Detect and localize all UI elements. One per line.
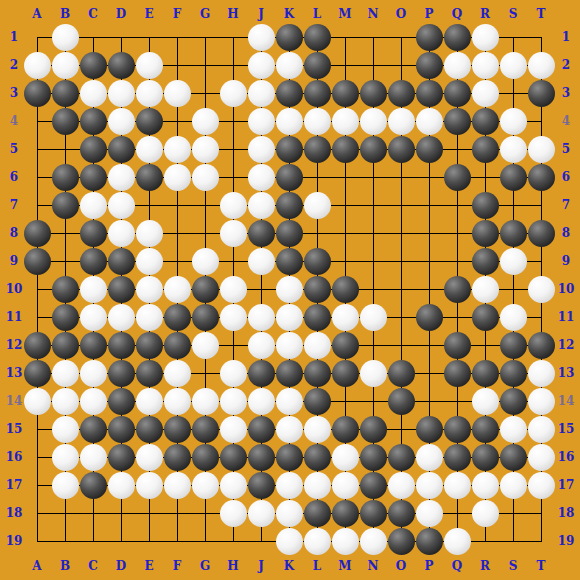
intersection-H13[interactable] — [219, 359, 247, 387]
intersection-D3[interactable] — [107, 79, 135, 107]
intersection-A17[interactable] — [23, 471, 51, 499]
intersection-B13[interactable] — [51, 359, 79, 387]
intersection-P11[interactable] — [415, 303, 443, 331]
intersection-A5[interactable] — [23, 135, 51, 163]
intersection-R13[interactable] — [471, 359, 499, 387]
intersection-C11[interactable] — [79, 303, 107, 331]
intersection-A18[interactable] — [23, 499, 51, 527]
intersection-T7[interactable] — [527, 191, 555, 219]
intersection-D4[interactable] — [107, 107, 135, 135]
intersection-J1[interactable] — [247, 23, 275, 51]
intersection-H18[interactable] — [219, 499, 247, 527]
intersection-M15[interactable] — [331, 415, 359, 443]
intersection-M19[interactable] — [331, 527, 359, 555]
intersection-A15[interactable] — [23, 415, 51, 443]
intersection-M16[interactable] — [331, 443, 359, 471]
intersection-C10[interactable] — [79, 275, 107, 303]
intersection-C19[interactable] — [79, 527, 107, 555]
intersection-M11[interactable] — [331, 303, 359, 331]
intersection-H19[interactable] — [219, 527, 247, 555]
intersection-C12[interactable] — [79, 331, 107, 359]
intersection-Q19[interactable] — [443, 527, 471, 555]
intersection-D5[interactable] — [107, 135, 135, 163]
intersection-E14[interactable] — [135, 387, 163, 415]
intersection-S1[interactable] — [499, 23, 527, 51]
intersection-B14[interactable] — [51, 387, 79, 415]
intersection-F2[interactable] — [163, 51, 191, 79]
intersection-Q10[interactable] — [443, 275, 471, 303]
intersection-E8[interactable] — [135, 219, 163, 247]
intersection-A14[interactable] — [23, 387, 51, 415]
intersection-A6[interactable] — [23, 163, 51, 191]
intersection-Q3[interactable] — [443, 79, 471, 107]
intersection-H7[interactable] — [219, 191, 247, 219]
intersection-J5[interactable] — [247, 135, 275, 163]
intersection-S7[interactable] — [499, 191, 527, 219]
intersection-H4[interactable] — [219, 107, 247, 135]
intersection-P13[interactable] — [415, 359, 443, 387]
intersection-J18[interactable] — [247, 499, 275, 527]
intersection-P15[interactable] — [415, 415, 443, 443]
intersection-S17[interactable] — [499, 471, 527, 499]
intersection-G13[interactable] — [191, 359, 219, 387]
intersection-O13[interactable] — [387, 359, 415, 387]
intersection-L15[interactable] — [303, 415, 331, 443]
intersection-S4[interactable] — [499, 107, 527, 135]
intersection-B11[interactable] — [51, 303, 79, 331]
intersection-E19[interactable] — [135, 527, 163, 555]
intersection-J19[interactable] — [247, 527, 275, 555]
intersection-O2[interactable] — [387, 51, 415, 79]
intersection-Q16[interactable] — [443, 443, 471, 471]
intersection-T15[interactable] — [527, 415, 555, 443]
intersection-O1[interactable] — [387, 23, 415, 51]
intersection-G2[interactable] — [191, 51, 219, 79]
intersection-R14[interactable] — [471, 387, 499, 415]
intersection-J11[interactable] — [247, 303, 275, 331]
intersection-M12[interactable] — [331, 331, 359, 359]
intersection-L8[interactable] — [303, 219, 331, 247]
intersection-H14[interactable] — [219, 387, 247, 415]
intersection-K11[interactable] — [275, 303, 303, 331]
intersection-G9[interactable] — [191, 247, 219, 275]
intersection-R12[interactable] — [471, 331, 499, 359]
intersection-C4[interactable] — [79, 107, 107, 135]
intersection-A10[interactable] — [23, 275, 51, 303]
intersection-N6[interactable] — [359, 163, 387, 191]
intersection-E4[interactable] — [135, 107, 163, 135]
intersection-L5[interactable] — [303, 135, 331, 163]
intersection-E18[interactable] — [135, 499, 163, 527]
intersection-E16[interactable] — [135, 443, 163, 471]
intersection-T2[interactable] — [527, 51, 555, 79]
intersection-N11[interactable] — [359, 303, 387, 331]
intersection-R16[interactable] — [471, 443, 499, 471]
intersection-E2[interactable] — [135, 51, 163, 79]
intersection-A19[interactable] — [23, 527, 51, 555]
intersection-O7[interactable] — [387, 191, 415, 219]
intersection-A3[interactable] — [23, 79, 51, 107]
intersection-B19[interactable] — [51, 527, 79, 555]
intersection-H10[interactable] — [219, 275, 247, 303]
intersection-F4[interactable] — [163, 107, 191, 135]
intersection-S14[interactable] — [499, 387, 527, 415]
intersection-F15[interactable] — [163, 415, 191, 443]
intersection-N9[interactable] — [359, 247, 387, 275]
intersection-G10[interactable] — [191, 275, 219, 303]
intersection-F12[interactable] — [163, 331, 191, 359]
intersection-K1[interactable] — [275, 23, 303, 51]
intersection-C6[interactable] — [79, 163, 107, 191]
intersection-B16[interactable] — [51, 443, 79, 471]
intersection-E9[interactable] — [135, 247, 163, 275]
intersection-J6[interactable] — [247, 163, 275, 191]
intersection-C3[interactable] — [79, 79, 107, 107]
intersection-S5[interactable] — [499, 135, 527, 163]
intersection-N14[interactable] — [359, 387, 387, 415]
intersection-O3[interactable] — [387, 79, 415, 107]
intersection-N12[interactable] — [359, 331, 387, 359]
intersection-T18[interactable] — [527, 499, 555, 527]
intersection-G15[interactable] — [191, 415, 219, 443]
intersection-O10[interactable] — [387, 275, 415, 303]
intersection-A11[interactable] — [23, 303, 51, 331]
intersection-T1[interactable] — [527, 23, 555, 51]
intersection-L3[interactable] — [303, 79, 331, 107]
intersection-B6[interactable] — [51, 163, 79, 191]
intersection-T19[interactable] — [527, 527, 555, 555]
intersection-T8[interactable] — [527, 219, 555, 247]
intersection-G1[interactable] — [191, 23, 219, 51]
intersection-D7[interactable] — [107, 191, 135, 219]
intersection-Q14[interactable] — [443, 387, 471, 415]
intersection-S12[interactable] — [499, 331, 527, 359]
intersection-J17[interactable] — [247, 471, 275, 499]
intersection-L10[interactable] — [303, 275, 331, 303]
intersection-S19[interactable] — [499, 527, 527, 555]
intersection-F17[interactable] — [163, 471, 191, 499]
intersection-E7[interactable] — [135, 191, 163, 219]
intersection-N15[interactable] — [359, 415, 387, 443]
intersection-S10[interactable] — [499, 275, 527, 303]
intersection-R17[interactable] — [471, 471, 499, 499]
intersection-Q13[interactable] — [443, 359, 471, 387]
intersection-R10[interactable] — [471, 275, 499, 303]
intersection-P7[interactable] — [415, 191, 443, 219]
intersection-A12[interactable] — [23, 331, 51, 359]
intersection-M6[interactable] — [331, 163, 359, 191]
intersection-N18[interactable] — [359, 499, 387, 527]
intersection-L2[interactable] — [303, 51, 331, 79]
intersection-S2[interactable] — [499, 51, 527, 79]
intersection-T5[interactable] — [527, 135, 555, 163]
intersection-S18[interactable] — [499, 499, 527, 527]
intersection-N10[interactable] — [359, 275, 387, 303]
intersection-F1[interactable] — [163, 23, 191, 51]
intersection-N17[interactable] — [359, 471, 387, 499]
intersection-R2[interactable] — [471, 51, 499, 79]
intersection-P10[interactable] — [415, 275, 443, 303]
intersection-D1[interactable] — [107, 23, 135, 51]
intersection-Q8[interactable] — [443, 219, 471, 247]
intersection-C7[interactable] — [79, 191, 107, 219]
intersection-O19[interactable] — [387, 527, 415, 555]
intersection-P12[interactable] — [415, 331, 443, 359]
intersection-R3[interactable] — [471, 79, 499, 107]
intersection-O4[interactable] — [387, 107, 415, 135]
intersection-T16[interactable] — [527, 443, 555, 471]
intersection-S3[interactable] — [499, 79, 527, 107]
intersection-N8[interactable] — [359, 219, 387, 247]
intersection-F14[interactable] — [163, 387, 191, 415]
intersection-H11[interactable] — [219, 303, 247, 331]
intersection-L16[interactable] — [303, 443, 331, 471]
intersection-G11[interactable] — [191, 303, 219, 331]
intersection-Q7[interactable] — [443, 191, 471, 219]
intersection-A8[interactable] — [23, 219, 51, 247]
intersection-B1[interactable] — [51, 23, 79, 51]
intersection-D18[interactable] — [107, 499, 135, 527]
intersection-G16[interactable] — [191, 443, 219, 471]
intersection-R1[interactable] — [471, 23, 499, 51]
intersection-L17[interactable] — [303, 471, 331, 499]
intersection-T12[interactable] — [527, 331, 555, 359]
intersection-O18[interactable] — [387, 499, 415, 527]
intersection-M7[interactable] — [331, 191, 359, 219]
intersection-D6[interactable] — [107, 163, 135, 191]
intersection-K4[interactable] — [275, 107, 303, 135]
intersection-L6[interactable] — [303, 163, 331, 191]
intersection-D2[interactable] — [107, 51, 135, 79]
intersection-L9[interactable] — [303, 247, 331, 275]
intersection-K14[interactable] — [275, 387, 303, 415]
intersection-H12[interactable] — [219, 331, 247, 359]
intersection-F7[interactable] — [163, 191, 191, 219]
intersection-E17[interactable] — [135, 471, 163, 499]
intersection-B7[interactable] — [51, 191, 79, 219]
intersection-M8[interactable] — [331, 219, 359, 247]
intersection-M2[interactable] — [331, 51, 359, 79]
intersection-K7[interactable] — [275, 191, 303, 219]
intersection-O12[interactable] — [387, 331, 415, 359]
intersection-H2[interactable] — [219, 51, 247, 79]
intersection-G5[interactable] — [191, 135, 219, 163]
intersection-M17[interactable] — [331, 471, 359, 499]
intersection-T17[interactable] — [527, 471, 555, 499]
intersection-P17[interactable] — [415, 471, 443, 499]
intersection-C18[interactable] — [79, 499, 107, 527]
intersection-R6[interactable] — [471, 163, 499, 191]
intersection-N16[interactable] — [359, 443, 387, 471]
intersection-K15[interactable] — [275, 415, 303, 443]
intersection-T6[interactable] — [527, 163, 555, 191]
intersection-Q5[interactable] — [443, 135, 471, 163]
intersection-P5[interactable] — [415, 135, 443, 163]
intersection-F16[interactable] — [163, 443, 191, 471]
intersection-K6[interactable] — [275, 163, 303, 191]
intersection-O11[interactable] — [387, 303, 415, 331]
intersection-F9[interactable] — [163, 247, 191, 275]
intersection-J15[interactable] — [247, 415, 275, 443]
intersection-P2[interactable] — [415, 51, 443, 79]
intersection-L19[interactable] — [303, 527, 331, 555]
intersection-M1[interactable] — [331, 23, 359, 51]
intersection-J7[interactable] — [247, 191, 275, 219]
intersection-C16[interactable] — [79, 443, 107, 471]
intersection-S8[interactable] — [499, 219, 527, 247]
intersection-E10[interactable] — [135, 275, 163, 303]
intersection-T10[interactable] — [527, 275, 555, 303]
intersection-G6[interactable] — [191, 163, 219, 191]
intersection-F10[interactable] — [163, 275, 191, 303]
intersection-B9[interactable] — [51, 247, 79, 275]
intersection-F11[interactable] — [163, 303, 191, 331]
intersection-D10[interactable] — [107, 275, 135, 303]
intersection-R8[interactable] — [471, 219, 499, 247]
intersection-J16[interactable] — [247, 443, 275, 471]
intersection-P14[interactable] — [415, 387, 443, 415]
intersection-K5[interactable] — [275, 135, 303, 163]
intersection-J10[interactable] — [247, 275, 275, 303]
intersection-D13[interactable] — [107, 359, 135, 387]
intersection-P3[interactable] — [415, 79, 443, 107]
intersection-G8[interactable] — [191, 219, 219, 247]
intersection-J3[interactable] — [247, 79, 275, 107]
intersection-O17[interactable] — [387, 471, 415, 499]
intersection-K8[interactable] — [275, 219, 303, 247]
intersection-E6[interactable] — [135, 163, 163, 191]
intersection-J14[interactable] — [247, 387, 275, 415]
intersection-P4[interactable] — [415, 107, 443, 135]
intersection-F6[interactable] — [163, 163, 191, 191]
intersection-O9[interactable] — [387, 247, 415, 275]
intersection-N3[interactable] — [359, 79, 387, 107]
intersection-L11[interactable] — [303, 303, 331, 331]
intersection-D15[interactable] — [107, 415, 135, 443]
intersection-J9[interactable] — [247, 247, 275, 275]
intersection-B5[interactable] — [51, 135, 79, 163]
intersection-O15[interactable] — [387, 415, 415, 443]
intersection-P6[interactable] — [415, 163, 443, 191]
intersection-M14[interactable] — [331, 387, 359, 415]
intersection-H3[interactable] — [219, 79, 247, 107]
intersection-L7[interactable] — [303, 191, 331, 219]
intersection-E12[interactable] — [135, 331, 163, 359]
intersection-R19[interactable] — [471, 527, 499, 555]
intersection-O5[interactable] — [387, 135, 415, 163]
intersection-A2[interactable] — [23, 51, 51, 79]
intersection-C14[interactable] — [79, 387, 107, 415]
intersection-D9[interactable] — [107, 247, 135, 275]
intersection-S9[interactable] — [499, 247, 527, 275]
intersection-R15[interactable] — [471, 415, 499, 443]
intersection-Q4[interactable] — [443, 107, 471, 135]
intersection-Q15[interactable] — [443, 415, 471, 443]
intersection-M5[interactable] — [331, 135, 359, 163]
intersection-H9[interactable] — [219, 247, 247, 275]
intersection-S15[interactable] — [499, 415, 527, 443]
intersection-P8[interactable] — [415, 219, 443, 247]
intersection-B2[interactable] — [51, 51, 79, 79]
intersection-B18[interactable] — [51, 499, 79, 527]
intersection-L18[interactable] — [303, 499, 331, 527]
intersection-P16[interactable] — [415, 443, 443, 471]
intersection-L12[interactable] — [303, 331, 331, 359]
intersection-P19[interactable] — [415, 527, 443, 555]
intersection-N13[interactable] — [359, 359, 387, 387]
intersection-H5[interactable] — [219, 135, 247, 163]
intersection-J2[interactable] — [247, 51, 275, 79]
intersection-S11[interactable] — [499, 303, 527, 331]
intersection-G12[interactable] — [191, 331, 219, 359]
intersection-E15[interactable] — [135, 415, 163, 443]
intersection-O8[interactable] — [387, 219, 415, 247]
intersection-D17[interactable] — [107, 471, 135, 499]
intersection-K12[interactable] — [275, 331, 303, 359]
intersection-K18[interactable] — [275, 499, 303, 527]
intersection-H1[interactable] — [219, 23, 247, 51]
intersection-C2[interactable] — [79, 51, 107, 79]
intersection-N2[interactable] — [359, 51, 387, 79]
intersection-L13[interactable] — [303, 359, 331, 387]
intersection-N4[interactable] — [359, 107, 387, 135]
intersection-F19[interactable] — [163, 527, 191, 555]
intersection-H6[interactable] — [219, 163, 247, 191]
intersection-O6[interactable] — [387, 163, 415, 191]
intersection-D12[interactable] — [107, 331, 135, 359]
intersection-O14[interactable] — [387, 387, 415, 415]
intersection-J8[interactable] — [247, 219, 275, 247]
intersection-R4[interactable] — [471, 107, 499, 135]
intersection-Q18[interactable] — [443, 499, 471, 527]
intersection-F8[interactable] — [163, 219, 191, 247]
intersection-O16[interactable] — [387, 443, 415, 471]
intersection-G14[interactable] — [191, 387, 219, 415]
intersection-Q2[interactable] — [443, 51, 471, 79]
intersection-G18[interactable] — [191, 499, 219, 527]
intersection-R5[interactable] — [471, 135, 499, 163]
intersection-C1[interactable] — [79, 23, 107, 51]
intersection-C8[interactable] — [79, 219, 107, 247]
intersection-P18[interactable] — [415, 499, 443, 527]
intersection-K3[interactable] — [275, 79, 303, 107]
intersection-C17[interactable] — [79, 471, 107, 499]
intersection-N5[interactable] — [359, 135, 387, 163]
intersection-H16[interactable] — [219, 443, 247, 471]
intersection-F5[interactable] — [163, 135, 191, 163]
intersection-D16[interactable] — [107, 443, 135, 471]
intersection-L1[interactable] — [303, 23, 331, 51]
intersection-T4[interactable] — [527, 107, 555, 135]
intersection-F3[interactable] — [163, 79, 191, 107]
intersection-D19[interactable] — [107, 527, 135, 555]
intersection-S6[interactable] — [499, 163, 527, 191]
intersection-F18[interactable] — [163, 499, 191, 527]
intersection-K19[interactable] — [275, 527, 303, 555]
intersection-A13[interactable] — [23, 359, 51, 387]
intersection-N19[interactable] — [359, 527, 387, 555]
intersection-G17[interactable] — [191, 471, 219, 499]
intersection-H15[interactable] — [219, 415, 247, 443]
intersection-A4[interactable] — [23, 107, 51, 135]
intersection-M13[interactable] — [331, 359, 359, 387]
intersection-J4[interactable] — [247, 107, 275, 135]
intersection-E13[interactable] — [135, 359, 163, 387]
intersection-B4[interactable] — [51, 107, 79, 135]
intersection-G3[interactable] — [191, 79, 219, 107]
intersection-A7[interactable] — [23, 191, 51, 219]
intersection-H17[interactable] — [219, 471, 247, 499]
